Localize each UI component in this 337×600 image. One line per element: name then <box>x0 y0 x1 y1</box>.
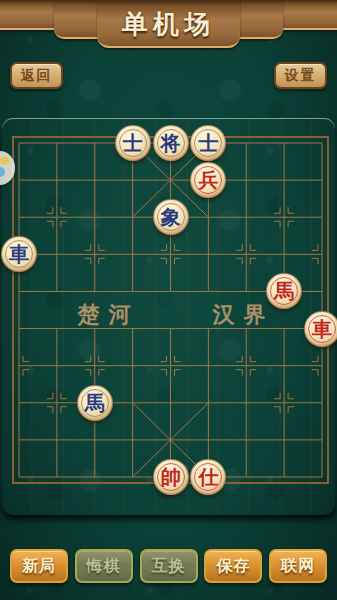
piece-glyph: 車 <box>9 244 29 264</box>
piece-glyph: 象 <box>161 207 181 227</box>
piece-red-chariot[interactable]: 車 <box>304 311 337 347</box>
piece-glyph: 士 <box>123 133 143 153</box>
undo-button[interactable]: 悔棋 <box>75 549 133 583</box>
piece-glyph: 馬 <box>274 281 294 301</box>
piece-glyph: 馬 <box>85 393 105 413</box>
new-game-button[interactable]: 新局 <box>10 549 68 583</box>
back-button[interactable]: 返回 <box>10 62 63 89</box>
piece-black-advisor[interactable]: 士 <box>115 125 151 161</box>
river-label-chu: 楚河 <box>68 300 140 330</box>
settings-button[interactable]: 设置 <box>274 62 327 89</box>
bottom-toolbar: 新局悔棋互换保存联网 <box>10 549 327 583</box>
piece-black-horse[interactable]: 馬 <box>77 385 113 421</box>
piece-glyph: 将 <box>161 133 181 153</box>
page-title: 单机场 <box>0 7 337 42</box>
ball-dot-yellow <box>0 156 9 165</box>
app-screen: 楚河 汉界 士将士兵象車馬車馬帥仕 单机场 返回 设置 新局悔棋互换保存联网 <box>0 0 337 600</box>
save-button[interactable]: 保存 <box>204 549 262 583</box>
swap-button[interactable]: 互换 <box>140 549 198 583</box>
piece-glyph: 仕 <box>198 467 218 487</box>
piece-glyph: 兵 <box>198 170 218 190</box>
piece-black-general[interactable]: 将 <box>153 125 189 161</box>
piece-glyph: 士 <box>198 133 218 153</box>
piece-red-king[interactable]: 帥 <box>153 459 189 495</box>
xiangqi-board[interactable]: 楚河 汉界 士将士兵象車馬車馬帥仕 <box>0 0 337 600</box>
piece-glyph: 車 <box>312 319 332 339</box>
top-bar: 单机场 <box>0 0 337 60</box>
piece-glyph: 帥 <box>161 467 181 487</box>
river-label-han: 汉界 <box>203 300 275 330</box>
piece-black-elephant[interactable]: 象 <box>153 199 189 235</box>
network-button[interactable]: 联网 <box>269 549 327 583</box>
ball-dot-blue <box>0 167 5 177</box>
